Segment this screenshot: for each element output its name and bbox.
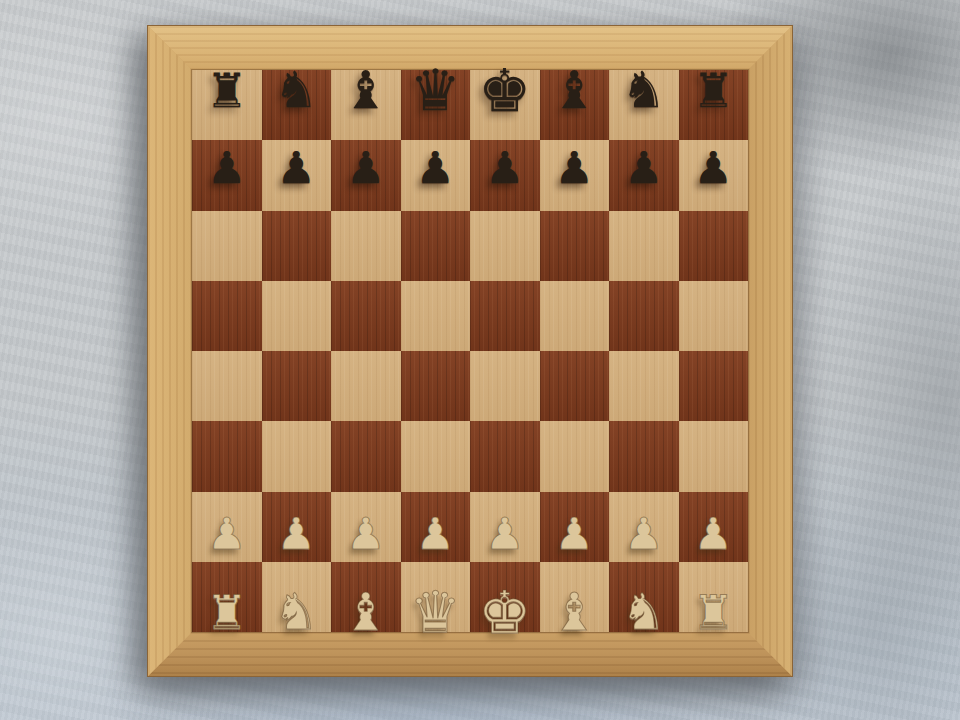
square-g2[interactable]: ♟ [609, 492, 679, 562]
square-a8[interactable]: ♜ [192, 70, 262, 140]
square-h8[interactable]: ♜ [679, 70, 749, 140]
square-c7[interactable]: ♟ [331, 140, 401, 210]
square-c8[interactable]: ♝ [331, 70, 401, 140]
square-b1[interactable]: ♞ [262, 562, 332, 632]
square-e7[interactable]: ♟ [470, 140, 540, 210]
square-f3[interactable] [540, 421, 610, 491]
square-f2[interactable]: ♟ [540, 492, 610, 562]
square-c3[interactable] [331, 421, 401, 491]
white-queen-piece[interactable]: ♛ [410, 583, 461, 640]
white-pawn-piece[interactable]: ♟ [485, 512, 524, 556]
white-bishop-piece[interactable]: ♝ [342, 586, 389, 638]
square-e4[interactable] [470, 351, 540, 421]
square-f8[interactable]: ♝ [540, 70, 610, 140]
board-frame-left [148, 26, 192, 676]
white-pawn-piece[interactable]: ♟ [694, 512, 733, 556]
white-rook-piece[interactable]: ♜ [692, 588, 734, 635]
white-king-piece[interactable]: ♚ [478, 582, 531, 641]
square-g3[interactable] [609, 421, 679, 491]
black-pawn-piece[interactable]: ♟ [277, 146, 316, 190]
square-a6[interactable] [192, 211, 262, 281]
black-pawn-piece[interactable]: ♟ [555, 146, 594, 190]
square-d6[interactable] [401, 211, 471, 281]
square-b8[interactable]: ♞ [262, 70, 332, 140]
square-a3[interactable] [192, 421, 262, 491]
black-rook-piece[interactable]: ♜ [206, 67, 248, 114]
white-pawn-piece[interactable]: ♟ [277, 512, 316, 556]
white-pawn-piece[interactable]: ♟ [207, 512, 246, 556]
square-h6[interactable] [679, 211, 749, 281]
square-a2[interactable]: ♟ [192, 492, 262, 562]
board-frame-right [748, 26, 792, 676]
square-e3[interactable] [470, 421, 540, 491]
square-d7[interactable]: ♟ [401, 140, 471, 210]
square-h1[interactable]: ♜ [679, 562, 749, 632]
black-pawn-piece[interactable]: ♟ [624, 146, 663, 190]
black-pawn-piece[interactable]: ♟ [416, 146, 455, 190]
black-pawn-piece[interactable]: ♟ [694, 146, 733, 190]
black-bishop-piece[interactable]: ♝ [551, 64, 598, 116]
board-grid: ♜♞♝♛♚♝♞♜♟♟♟♟♟♟♟♟♟♟♟♟♟♟♟♟♜♞♝♛♚♝♞♜ [192, 70, 748, 632]
square-e1[interactable]: ♚ [470, 562, 540, 632]
square-d4[interactable] [401, 351, 471, 421]
square-d1[interactable]: ♛ [401, 562, 471, 632]
square-b2[interactable]: ♟ [262, 492, 332, 562]
square-d8[interactable]: ♛ [401, 70, 471, 140]
white-pawn-piece[interactable]: ♟ [416, 512, 455, 556]
white-pawn-piece[interactable]: ♟ [624, 512, 663, 556]
black-rook-piece[interactable]: ♜ [692, 67, 734, 114]
white-pawn-piece[interactable]: ♟ [346, 512, 385, 556]
square-c5[interactable] [331, 281, 401, 351]
square-d2[interactable]: ♟ [401, 492, 471, 562]
linen-cloth-background: ♜♞♝♛♚♝♞♜♟♟♟♟♟♟♟♟♟♟♟♟♟♟♟♟♜♞♝♛♚♝♞♜ [0, 0, 960, 720]
square-f1[interactable]: ♝ [540, 562, 610, 632]
square-h3[interactable] [679, 421, 749, 491]
square-f6[interactable] [540, 211, 610, 281]
chess-board: ♜♞♝♛♚♝♞♜♟♟♟♟♟♟♟♟♟♟♟♟♟♟♟♟♜♞♝♛♚♝♞♜ [147, 25, 793, 677]
square-h7[interactable]: ♟ [679, 140, 749, 210]
square-c6[interactable] [331, 211, 401, 281]
square-f4[interactable] [540, 351, 610, 421]
square-c1[interactable]: ♝ [331, 562, 401, 632]
white-rook-piece[interactable]: ♜ [206, 588, 248, 635]
white-knight-piece[interactable]: ♞ [274, 587, 319, 637]
square-a1[interactable]: ♜ [192, 562, 262, 632]
square-h4[interactable] [679, 351, 749, 421]
square-b6[interactable] [262, 211, 332, 281]
square-f7[interactable]: ♟ [540, 140, 610, 210]
white-bishop-piece[interactable]: ♝ [551, 586, 598, 638]
square-h5[interactable] [679, 281, 749, 351]
square-g5[interactable] [609, 281, 679, 351]
white-pawn-piece[interactable]: ♟ [555, 512, 594, 556]
square-e6[interactable] [470, 211, 540, 281]
square-c2[interactable]: ♟ [331, 492, 401, 562]
square-g4[interactable] [609, 351, 679, 421]
black-pawn-piece[interactable]: ♟ [207, 146, 246, 190]
square-b3[interactable] [262, 421, 332, 491]
black-queen-piece[interactable]: ♛ [410, 62, 461, 119]
square-b5[interactable] [262, 281, 332, 351]
square-a5[interactable] [192, 281, 262, 351]
black-king-piece[interactable]: ♚ [478, 61, 531, 120]
square-e8[interactable]: ♚ [470, 70, 540, 140]
square-a7[interactable]: ♟ [192, 140, 262, 210]
black-knight-piece[interactable]: ♞ [274, 65, 319, 115]
square-g1[interactable]: ♞ [609, 562, 679, 632]
black-pawn-piece[interactable]: ♟ [346, 146, 385, 190]
black-pawn-piece[interactable]: ♟ [485, 146, 524, 190]
square-e2[interactable]: ♟ [470, 492, 540, 562]
square-d3[interactable] [401, 421, 471, 491]
square-g8[interactable]: ♞ [609, 70, 679, 140]
square-g7[interactable]: ♟ [609, 140, 679, 210]
square-e5[interactable] [470, 281, 540, 351]
square-f5[interactable] [540, 281, 610, 351]
square-h2[interactable]: ♟ [679, 492, 749, 562]
square-a4[interactable] [192, 351, 262, 421]
white-knight-piece[interactable]: ♞ [621, 587, 666, 637]
square-d5[interactable] [401, 281, 471, 351]
square-c4[interactable] [331, 351, 401, 421]
black-knight-piece[interactable]: ♞ [621, 65, 666, 115]
square-g6[interactable] [609, 211, 679, 281]
black-bishop-piece[interactable]: ♝ [342, 64, 389, 116]
square-b4[interactable] [262, 351, 332, 421]
square-b7[interactable]: ♟ [262, 140, 332, 210]
